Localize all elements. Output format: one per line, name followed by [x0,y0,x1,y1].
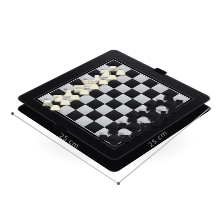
piece-contact-shadow [115,67,126,73]
piece-contact-shadow [80,77,91,83]
square [95,104,114,115]
square [114,83,132,93]
piece-contact-shadow [107,72,118,78]
scene: ♜♟♟♜♞♟♟♞♝♟♟♝♚♟♟♚♛♟♟♛♝♟♟♝♞♟♟♞♜♟♟♜ [0,0,224,224]
piece-contact-shadow [79,87,90,93]
product-photo: ♜♟♟♜♞♟♟♞♝♟♟♝♚♟♟♚♛♟♟♛♝♟♟♝♞♟♟♞♜♟♟♜ 25 cm 2… [0,0,224,224]
square: ♟ [114,65,132,74]
dimension-endpoint-dot [208,107,211,110]
piece-contact-shadow [88,82,99,88]
square [86,88,105,98]
square: ♚ [78,74,96,84]
square [105,88,124,98]
piece-contact-shadow [89,72,100,78]
piece-contact-shadow [107,63,117,68]
square: ♟ [105,69,123,78]
square: ♟ [48,99,67,110]
square: ♜ [104,133,124,146]
square [96,83,114,93]
square: ♟ [87,79,105,89]
square: ♟ [77,83,95,93]
folding-latch [152,68,168,76]
piece-contact-shadow [70,82,81,88]
square [141,79,159,89]
square [132,83,150,93]
square: ♝ [87,69,105,78]
square [123,79,141,89]
square: ♟ [96,74,114,84]
square: ♞ [96,65,114,74]
piece-contact-shadow [98,67,108,73]
square: ♜ [105,60,122,69]
piece-contact-shadow [98,77,109,83]
dimension-endpoint-dot [11,112,14,115]
square [105,79,123,89]
chess-board: ♜♟♟♜♞♟♟♞♝♟♟♝♚♟♟♚♛♟♟♛♝♟♟♝♞♟♟♞♜♟♟♜ [15,48,213,162]
square: ♛ [69,79,87,89]
dimension-endpoint-dot [117,182,120,185]
square [114,74,132,84]
square [123,69,141,78]
square [123,88,142,98]
square [132,74,150,84]
